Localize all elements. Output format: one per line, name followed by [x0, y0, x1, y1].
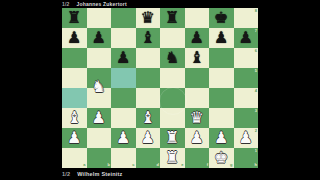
square-g8[interactable]: ♚: [209, 8, 234, 28]
piece-wP-b3[interactable]: ♟: [87, 108, 112, 128]
square-f4[interactable]: [185, 88, 210, 108]
square-f5[interactable]: [185, 68, 210, 88]
square-c4[interactable]: [111, 88, 136, 108]
piece-bR-e8[interactable]: ♜: [160, 8, 185, 28]
piece-bQ-d8[interactable]: ♛: [136, 8, 161, 28]
square-g5[interactable]: [209, 68, 234, 88]
square-g3[interactable]: [209, 108, 234, 128]
square-d8[interactable]: ♛: [136, 8, 161, 28]
square-h8[interactable]: 8: [234, 8, 259, 28]
rank-label-1: 1: [255, 149, 257, 153]
rank-label-7: 7: [255, 29, 257, 33]
square-f1[interactable]: f: [185, 148, 210, 168]
square-g1[interactable]: ♚g: [209, 148, 234, 168]
square-b7[interactable]: ♟: [87, 28, 112, 48]
square-c3[interactable]: [111, 108, 136, 128]
square-e6[interactable]: ♞: [160, 48, 185, 68]
file-label-e: e: [181, 163, 183, 167]
square-d1[interactable]: d: [136, 148, 161, 168]
piece-bB-f6[interactable]: ♝: [185, 48, 210, 68]
piece-bP-a7[interactable]: ♟: [62, 28, 87, 48]
square-c7[interactable]: [111, 28, 136, 48]
square-b2[interactable]: [87, 128, 112, 148]
square-a7[interactable]: ♟: [62, 28, 87, 48]
piece-bP-g7[interactable]: ♟: [209, 28, 234, 48]
square-a2[interactable]: ♟: [62, 128, 87, 148]
square-e5[interactable]: [160, 68, 185, 88]
piece-wP-f2[interactable]: ♟: [185, 128, 210, 148]
square-e8[interactable]: ♜: [160, 8, 185, 28]
square-a6[interactable]: [62, 48, 87, 68]
square-d6[interactable]: [136, 48, 161, 68]
piece-wP-g2[interactable]: ♟: [209, 128, 234, 148]
square-c2[interactable]: ♟: [111, 128, 136, 148]
square-e2[interactable]: ♜: [160, 128, 185, 148]
bottom-player-score: 1/2: [62, 171, 70, 177]
piece-bN-e6[interactable]: ♞: [160, 48, 185, 68]
bottom-player-name: Wilhelm Steinitz: [77, 171, 122, 177]
square-a4[interactable]: [62, 88, 87, 108]
square-f6[interactable]: ♝: [185, 48, 210, 68]
bottom-player-bar: 1/2 Wilhelm Steinitz: [62, 168, 258, 180]
piece-wB-a3[interactable]: ♝: [62, 108, 87, 128]
piece-wB-d3[interactable]: ♝: [136, 108, 161, 128]
top-player-bar: 1/2 Johannes Zukertort: [62, 0, 258, 8]
piece-wR-e2[interactable]: ♜: [160, 128, 185, 148]
square-g4[interactable]: [209, 88, 234, 108]
square-h5[interactable]: 5: [234, 68, 259, 88]
white-knight-animating[interactable]: ♞: [87, 77, 112, 97]
rank-label-3: 3: [255, 109, 257, 113]
piece-bR-a8[interactable]: ♜: [62, 8, 87, 28]
square-f3[interactable]: ♛: [185, 108, 210, 128]
file-label-c: c: [132, 163, 134, 167]
square-e1[interactable]: ♜e: [160, 148, 185, 168]
file-label-g: g: [230, 163, 232, 167]
square-f7[interactable]: ♟: [185, 28, 210, 48]
square-a1[interactable]: a: [62, 148, 87, 168]
rank-label-5: 5: [255, 69, 257, 73]
piece-bP-c6[interactable]: ♟: [111, 48, 136, 68]
square-b3[interactable]: ♟: [87, 108, 112, 128]
square-b6[interactable]: [87, 48, 112, 68]
rank-label-2: 2: [255, 129, 257, 133]
piece-wP-a2[interactable]: ♟: [62, 128, 87, 148]
top-player-name: Johannes Zukertort: [77, 1, 127, 7]
square-b8[interactable]: [87, 8, 112, 28]
square-a5[interactable]: [62, 68, 87, 88]
square-c1[interactable]: c: [111, 148, 136, 168]
rank-label-8: 8: [255, 9, 257, 13]
square-a3[interactable]: ♝: [62, 108, 87, 128]
file-label-h: h: [255, 163, 257, 167]
piece-wP-c2[interactable]: ♟: [111, 128, 136, 148]
rank-label-6: 6: [255, 49, 257, 53]
piece-bP-f7[interactable]: ♟: [185, 28, 210, 48]
square-d3[interactable]: ♝: [136, 108, 161, 128]
square-h7[interactable]: ♟7: [234, 28, 259, 48]
file-label-b: b: [108, 163, 110, 167]
square-h4[interactable]: 4: [234, 88, 259, 108]
square-g2[interactable]: ♟: [209, 128, 234, 148]
square-d2[interactable]: ♟: [136, 128, 161, 148]
square-h2[interactable]: ♟2: [234, 128, 259, 148]
square-e7[interactable]: [160, 28, 185, 48]
square-d4[interactable]: [136, 88, 161, 108]
square-a8[interactable]: ♜: [62, 8, 87, 28]
square-c6[interactable]: ♟: [111, 48, 136, 68]
square-f8[interactable]: [185, 8, 210, 28]
piece-wP-d2[interactable]: ♟: [136, 128, 161, 148]
rank-label-4: 4: [255, 89, 257, 93]
piece-bB-d7[interactable]: ♝: [136, 28, 161, 48]
piece-bK-g8[interactable]: ♚: [209, 8, 234, 28]
square-d5[interactable]: [136, 68, 161, 88]
square-h3[interactable]: 3: [234, 108, 259, 128]
square-d7[interactable]: ♝: [136, 28, 161, 48]
square-h6[interactable]: 6: [234, 48, 259, 68]
square-g6[interactable]: [209, 48, 234, 68]
square-c8[interactable]: [111, 8, 136, 28]
top-player-score: 1/2: [62, 1, 70, 7]
file-label-f: f: [207, 163, 208, 167]
square-h1[interactable]: 1h: [234, 148, 259, 168]
piece-wQ-f3[interactable]: ♛: [185, 108, 210, 128]
video-frame: 1/2 Johannes Zukertort ♜♛♜♚8♟♟♝♟♟♟7♟♞♝65…: [0, 0, 320, 180]
square-f2[interactable]: ♟: [185, 128, 210, 148]
square-c5[interactable]: [111, 68, 136, 88]
file-label-d: d: [157, 163, 159, 167]
file-label-a: a: [83, 163, 85, 167]
square-b1[interactable]: b: [87, 148, 112, 168]
piece-bP-b7[interactable]: ♟: [87, 28, 112, 48]
square-g7[interactable]: ♟: [209, 28, 234, 48]
